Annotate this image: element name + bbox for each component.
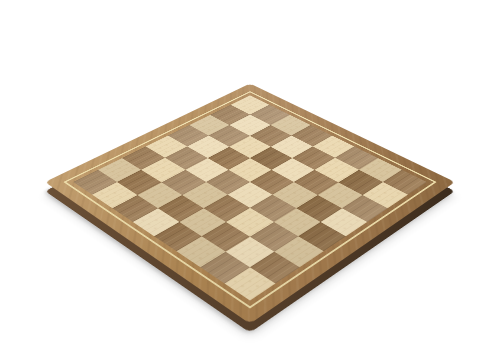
- chess-board: [45, 84, 455, 324]
- product-photo-scene: [0, 0, 480, 360]
- board-grid: [73, 95, 427, 300]
